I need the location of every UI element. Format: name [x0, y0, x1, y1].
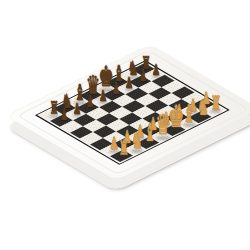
chess-set-photo: ♜♞♝♛♚♝♞♜♟♟♟♟♟♟♟♟♟♟♟♟♟♟♟♟♜♞♝♛♚♝♞♜: [0, 0, 250, 250]
